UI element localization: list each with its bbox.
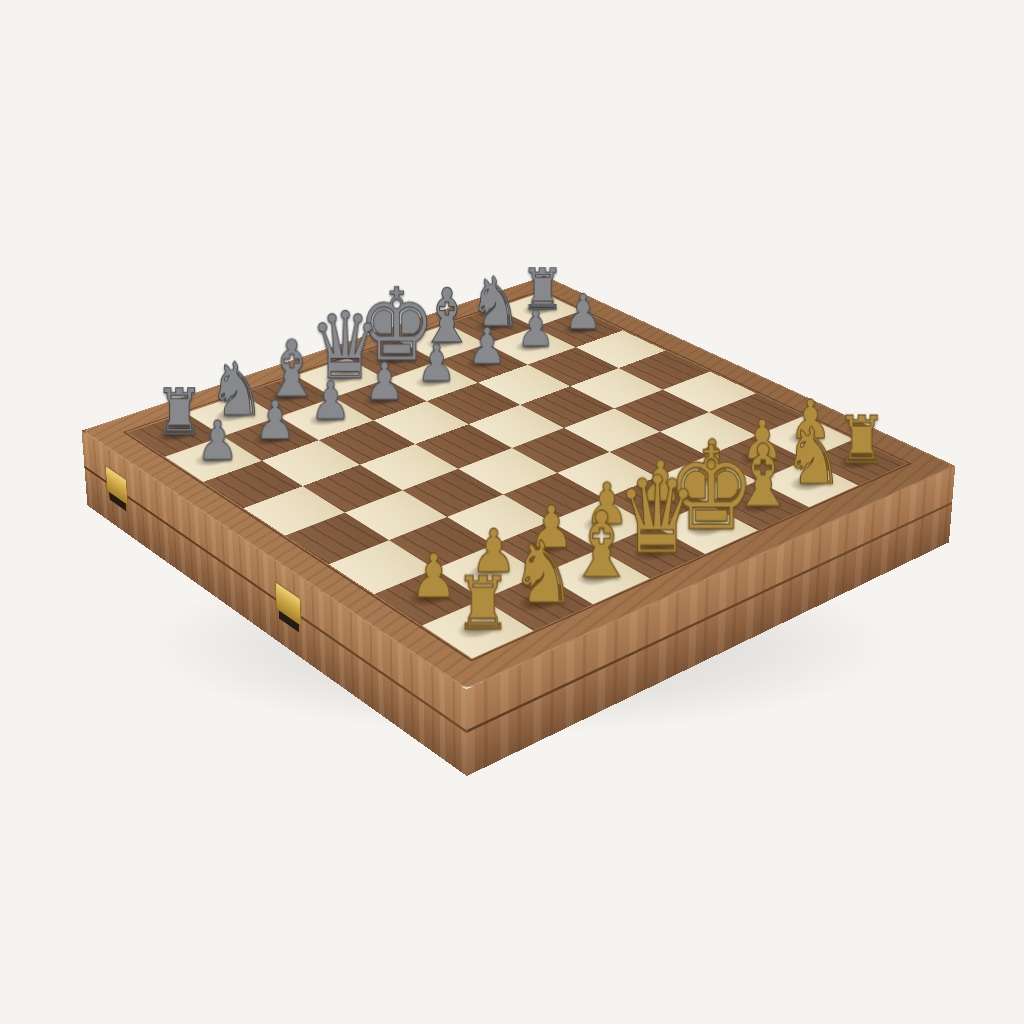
chess-piece-glyph: ♟	[516, 309, 554, 351]
chess-piece-glyph: ♞	[510, 537, 576, 610]
chess-piece-glyph: ♜	[454, 573, 511, 636]
chess-box-board: ♜♞♝♛♚♝♞♜♟♟♟♟♟♟♟♟♟♟♟♟♟♟♟♟♜♞♝♛♚♝♞♜	[82, 276, 956, 690]
brass-clasp-icon	[275, 582, 301, 628]
chess-piece-glyph: ♟	[196, 418, 238, 464]
board-top: ♜♞♝♛♚♝♞♜♟♟♟♟♟♟♟♟♟♟♟♟♟♟♟♟♜♞♝♛♚♝♞♜	[82, 276, 956, 690]
chess-piece-glyph: ♜	[836, 413, 886, 468]
product-photo: ♜♞♝♛♚♝♞♜♟♟♟♟♟♟♟♟♟♟♟♟♟♟♟♟♜♞♝♛♚♝♞♜	[0, 0, 1024, 1024]
scene: ♜♞♝♛♚♝♞♜♟♟♟♟♟♟♟♟♟♟♟♟♟♟♟♟♜♞♝♛♚♝♞♜	[0, 0, 1024, 1024]
chess-piece-glyph: ♟	[364, 361, 404, 405]
chess-piece-glyph: ♝	[566, 507, 636, 584]
chess-piece-glyph: ♟	[564, 292, 602, 333]
chess-piece-glyph: ♟	[417, 343, 456, 386]
chess-piece-glyph: ♟	[310, 379, 351, 424]
chess-piece-glyph: ♟	[254, 398, 295, 444]
chess-piece-glyph: ♟	[410, 552, 457, 604]
chess-piece-glyph: ♟	[467, 325, 506, 368]
brass-clasp-icon	[105, 466, 128, 507]
